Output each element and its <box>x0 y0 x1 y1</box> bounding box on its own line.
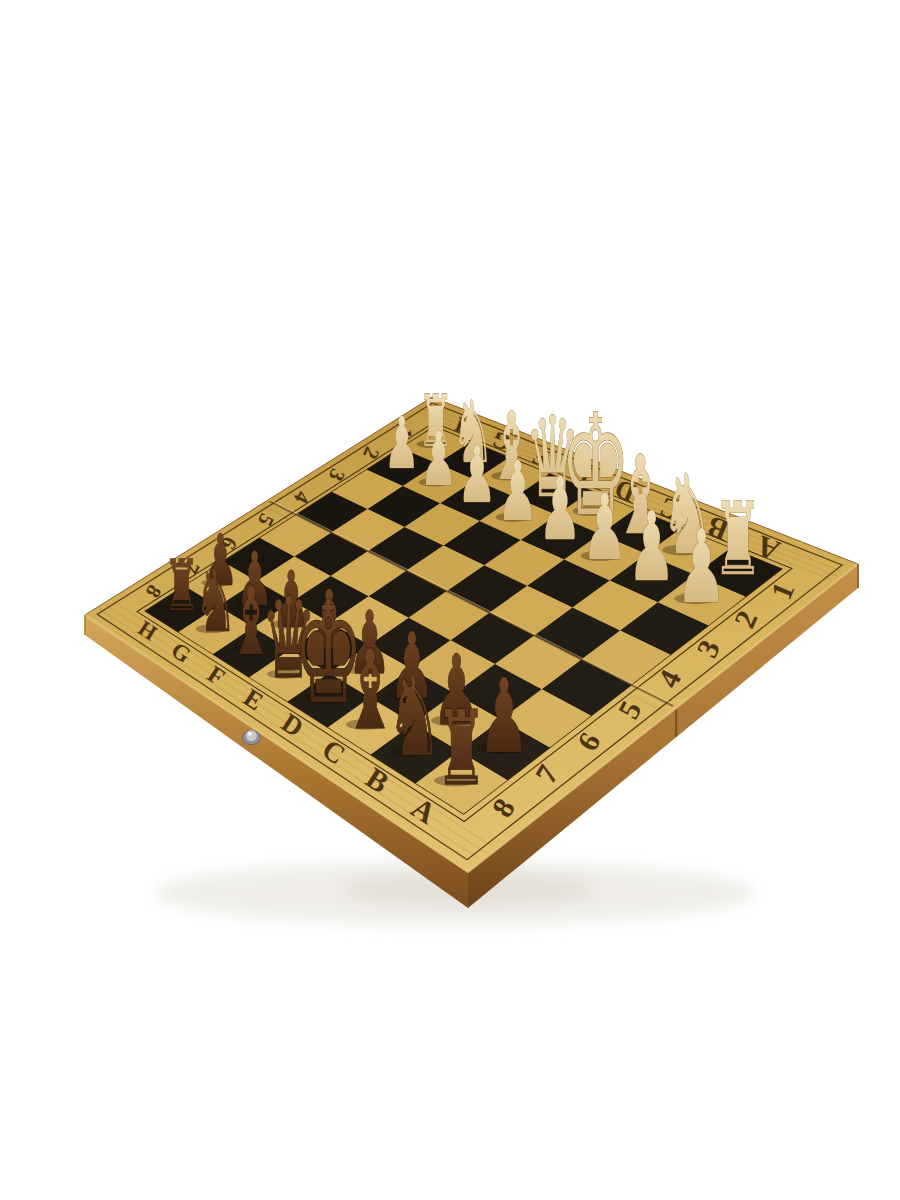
piece-glyph: ♟ <box>628 491 676 602</box>
piece-white-pawn-c2: ♟ <box>581 474 628 580</box>
chess-board-photo: AABBCCDDEEFFGGHH1122334455667788♜♞♟♝♟♛♟♚… <box>0 0 900 1200</box>
piece-glyph: ♞ <box>386 651 442 781</box>
piece-glyph: ♜ <box>435 689 487 809</box>
piece-white-pawn-h2: ♟ <box>383 402 420 486</box>
piece-glyph: ♟ <box>676 508 727 625</box>
piece-black-knight-b8: ♞ <box>386 651 442 781</box>
piece-black-rook-a8: ♜ <box>434 689 487 809</box>
piece-white-pawn-f2: ♟ <box>456 429 496 520</box>
piece-glyph: ♟ <box>538 459 581 560</box>
piece-white-pawn-a2: ♟ <box>675 508 727 625</box>
piece-white-pawn-e2: ♟ <box>496 443 538 539</box>
clasp <box>242 730 260 745</box>
piece-glyph: ♟ <box>457 429 496 520</box>
piece-white-pawn-g2: ♟ <box>419 416 458 502</box>
piece-white-pawn-b2: ♟ <box>626 491 675 602</box>
piece-white-pawn-d2: ♟ <box>537 459 582 560</box>
piece-glyph: ♟ <box>582 474 628 580</box>
piece-glyph: ♟ <box>497 443 538 539</box>
piece-glyph: ♟ <box>384 402 420 486</box>
product-photo: Angled product photo of a folding wooden… <box>0 0 900 1200</box>
piece-glyph: ♟ <box>420 416 458 502</box>
